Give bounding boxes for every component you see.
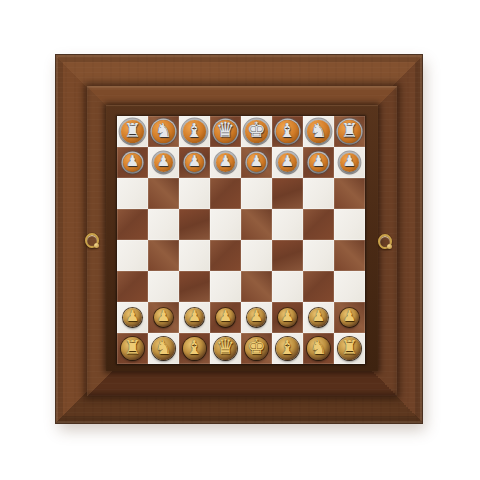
piece-white-pawn-d2[interactable]: ♟ [210, 302, 241, 333]
square-b5[interactable] [148, 209, 179, 240]
black-knight-glyph: ♞ [155, 121, 172, 140]
square-e8[interactable]: ♚ [241, 116, 272, 147]
square-b2[interactable]: ♟ [148, 302, 179, 333]
square-f7[interactable]: ♟ [272, 147, 303, 178]
black-queen-glyph: ♛ [216, 120, 235, 141]
piece-white-pawn-h2[interactable]: ♟ [334, 302, 365, 333]
piece-black-pawn-d7[interactable]: ♟ [210, 147, 241, 178]
black-bishop-glyph: ♝ [186, 121, 203, 140]
white-pawn-glyph: ♟ [157, 309, 170, 324]
black-pawn-glyph: ♟ [250, 154, 263, 169]
piece-white-rook-h1[interactable]: ♜ [334, 333, 365, 364]
square-f6[interactable] [272, 178, 303, 209]
square-g5[interactable] [303, 209, 334, 240]
square-b6[interactable] [148, 178, 179, 209]
square-b4[interactable] [148, 240, 179, 271]
square-f5[interactable] [272, 209, 303, 240]
piece-black-pawn-b7[interactable]: ♟ [148, 147, 179, 178]
square-f1[interactable]: ♝ [272, 333, 303, 364]
white-pawn-glyph: ♟ [250, 309, 263, 324]
square-a1[interactable]: ♜ [117, 333, 148, 364]
square-c6[interactable] [179, 178, 210, 209]
piece-white-bishop-c1[interactable]: ♝ [179, 333, 210, 364]
square-g8[interactable]: ♞ [303, 116, 334, 147]
square-h4[interactable] [334, 240, 365, 271]
square-d2[interactable]: ♟ [210, 302, 241, 333]
square-c8[interactable]: ♝ [179, 116, 210, 147]
piece-white-pawn-f2[interactable]: ♟ [272, 302, 303, 333]
white-pawn-glyph: ♟ [281, 309, 294, 324]
square-e5[interactable] [241, 209, 272, 240]
square-h8[interactable]: ♜ [334, 116, 365, 147]
square-c5[interactable] [179, 209, 210, 240]
square-e4[interactable] [241, 240, 272, 271]
square-d4[interactable] [210, 240, 241, 271]
white-pawn-glyph: ♟ [188, 309, 201, 324]
latch-knob-icon [387, 244, 392, 249]
white-knight-glyph: ♞ [310, 338, 327, 357]
square-h3[interactable] [334, 271, 365, 302]
piece-white-rook-a1[interactable]: ♜ [117, 333, 148, 364]
square-g7[interactable]: ♟ [303, 147, 334, 178]
white-bishop-glyph: ♝ [186, 338, 203, 357]
piece-white-pawn-e2[interactable]: ♟ [241, 302, 272, 333]
piece-black-bishop-c8[interactable]: ♝ [179, 116, 210, 147]
piece-black-king-e8[interactable]: ♚ [241, 116, 272, 147]
square-e2[interactable]: ♟ [241, 302, 272, 333]
square-g3[interactable] [303, 271, 334, 302]
piece-black-knight-b8[interactable]: ♞ [148, 116, 179, 147]
brass-latch-left [84, 232, 100, 250]
white-queen-glyph: ♛ [216, 337, 235, 358]
brass-latch-right [377, 233, 393, 251]
piece-white-pawn-b2[interactable]: ♟ [148, 302, 179, 333]
black-pawn-glyph: ♟ [312, 154, 325, 169]
square-d7[interactable]: ♟ [210, 147, 241, 178]
square-d8[interactable]: ♛ [210, 116, 241, 147]
piece-white-pawn-g2[interactable]: ♟ [303, 302, 334, 333]
white-knight-glyph: ♞ [155, 338, 172, 357]
square-b3[interactable] [148, 271, 179, 302]
square-g1[interactable]: ♞ [303, 333, 334, 364]
black-knight-glyph: ♞ [310, 121, 327, 140]
white-rook-glyph: ♜ [341, 338, 358, 357]
square-f3[interactable] [272, 271, 303, 302]
square-g6[interactable] [303, 178, 334, 209]
square-h5[interactable] [334, 209, 365, 240]
piece-black-bishop-f8[interactable]: ♝ [272, 116, 303, 147]
white-bishop-glyph: ♝ [279, 338, 296, 357]
white-pawn-glyph: ♟ [126, 309, 139, 324]
square-d1[interactable]: ♛ [210, 333, 241, 364]
black-pawn-glyph: ♟ [188, 154, 201, 169]
square-a2[interactable]: ♟ [117, 302, 148, 333]
square-c7[interactable]: ♟ [179, 147, 210, 178]
black-pawn-glyph: ♟ [343, 154, 356, 169]
piece-black-rook-a8[interactable]: ♜ [117, 116, 148, 147]
chess-table-photo: ♜♞♝♛♚♝♞♜♟♟♟♟♟♟♟♟♟♟♟♟♟♟♟♟♜♞♝♛♚♝♞♜ [0, 0, 480, 480]
square-c2[interactable]: ♟ [179, 302, 210, 333]
square-a5[interactable] [117, 209, 148, 240]
square-c3[interactable] [179, 271, 210, 302]
square-h7[interactable]: ♟ [334, 147, 365, 178]
chess-board: ♜♞♝♛♚♝♞♜♟♟♟♟♟♟♟♟♟♟♟♟♟♟♟♟♜♞♝♛♚♝♞♜ [117, 116, 365, 364]
square-f8[interactable]: ♝ [272, 116, 303, 147]
piece-white-pawn-a2[interactable]: ♟ [117, 302, 148, 333]
piece-white-bishop-f1[interactable]: ♝ [272, 333, 303, 364]
piece-white-king-e1[interactable]: ♚ [241, 333, 272, 364]
square-c1[interactable]: ♝ [179, 333, 210, 364]
square-b7[interactable]: ♟ [148, 147, 179, 178]
white-king-glyph: ♚ [247, 337, 266, 358]
square-e7[interactable]: ♟ [241, 147, 272, 178]
piece-white-knight-g1[interactable]: ♞ [303, 333, 334, 364]
piece-white-knight-b1[interactable]: ♞ [148, 333, 179, 364]
black-bishop-glyph: ♝ [279, 121, 296, 140]
square-a8[interactable]: ♜ [117, 116, 148, 147]
piece-black-pawn-c7[interactable]: ♟ [179, 147, 210, 178]
square-d3[interactable] [210, 271, 241, 302]
piece-black-queen-d8[interactable]: ♛ [210, 116, 241, 147]
white-pawn-glyph: ♟ [343, 309, 356, 324]
square-d6[interactable] [210, 178, 241, 209]
square-e6[interactable] [241, 178, 272, 209]
black-king-glyph: ♚ [247, 120, 266, 141]
square-g4[interactable] [303, 240, 334, 271]
square-a3[interactable] [117, 271, 148, 302]
square-f2[interactable]: ♟ [272, 302, 303, 333]
square-c4[interactable] [179, 240, 210, 271]
latch-knob-icon [94, 243, 99, 248]
square-h1[interactable]: ♜ [334, 333, 365, 364]
square-h6[interactable] [334, 178, 365, 209]
piece-white-pawn-c2[interactable]: ♟ [179, 302, 210, 333]
piece-black-pawn-e7[interactable]: ♟ [241, 147, 272, 178]
square-e1[interactable]: ♚ [241, 333, 272, 364]
black-rook-glyph: ♜ [124, 121, 141, 140]
square-b8[interactable]: ♞ [148, 116, 179, 147]
square-h2[interactable]: ♟ [334, 302, 365, 333]
square-a4[interactable] [117, 240, 148, 271]
piece-black-pawn-f7[interactable]: ♟ [272, 147, 303, 178]
square-a6[interactable] [117, 178, 148, 209]
white-pawn-glyph: ♟ [312, 309, 325, 324]
square-b1[interactable]: ♞ [148, 333, 179, 364]
black-pawn-glyph: ♟ [126, 154, 139, 169]
piece-black-knight-g8[interactable]: ♞ [303, 116, 334, 147]
square-g2[interactable]: ♟ [303, 302, 334, 333]
piece-black-pawn-a7[interactable]: ♟ [117, 147, 148, 178]
white-pawn-glyph: ♟ [219, 309, 232, 324]
square-d5[interactable] [210, 209, 241, 240]
black-pawn-glyph: ♟ [281, 154, 294, 169]
piece-black-pawn-h7[interactable]: ♟ [334, 147, 365, 178]
square-e3[interactable] [241, 271, 272, 302]
piece-black-pawn-g7[interactable]: ♟ [303, 147, 334, 178]
white-rook-glyph: ♜ [124, 338, 141, 357]
piece-white-queen-d1[interactable]: ♛ [210, 333, 241, 364]
black-pawn-glyph: ♟ [219, 154, 232, 169]
black-pawn-glyph: ♟ [157, 154, 170, 169]
piece-black-rook-h8[interactable]: ♜ [334, 116, 365, 147]
black-rook-glyph: ♜ [341, 121, 358, 140]
square-f4[interactable] [272, 240, 303, 271]
square-a7[interactable]: ♟ [117, 147, 148, 178]
